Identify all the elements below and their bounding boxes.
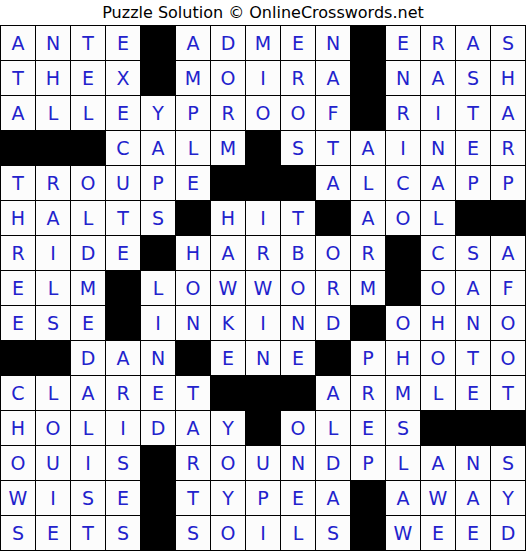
- black-cell-r1c5: [141, 26, 175, 60]
- letter-cell-r11c12: M: [386, 376, 420, 410]
- black-cell-r6c14: [456, 201, 490, 235]
- black-cell-r11c7: [211, 376, 245, 410]
- black-cell-r6c6: [176, 201, 210, 235]
- letter-cell-r3c13: I: [421, 96, 455, 130]
- letter-cell-r12c9: O: [281, 411, 315, 445]
- letter-cell-r3c2: L: [36, 96, 70, 130]
- letter-cell-r14c3: S: [71, 481, 105, 515]
- letter-cell-r7c7: A: [211, 236, 245, 270]
- letter-cell-r1c10: N: [316, 26, 350, 60]
- black-cell-r4c8: [246, 131, 280, 165]
- letter-cell-r1c1: A: [1, 26, 35, 60]
- letter-cell-r12c12: S: [386, 411, 420, 445]
- letter-cell-r12c10: L: [316, 411, 350, 445]
- letter-cell-r8c10: R: [316, 271, 350, 305]
- letter-cell-r9c13: H: [421, 306, 455, 340]
- letter-cell-r13c2: U: [36, 446, 70, 480]
- letter-cell-r1c15: S: [491, 26, 525, 60]
- letter-cell-r2c15: H: [491, 61, 525, 95]
- letter-cell-r14c4: E: [106, 481, 140, 515]
- letter-cell-r9c2: S: [36, 306, 70, 340]
- black-cell-r10c2: [36, 341, 70, 375]
- letter-cell-r1c4: E: [106, 26, 140, 60]
- letter-cell-r4c14: E: [456, 131, 490, 165]
- letter-cell-r5c14: P: [456, 166, 490, 200]
- letter-cell-r5c12: C: [386, 166, 420, 200]
- letter-cell-r15c8: I: [246, 516, 280, 550]
- letter-cell-r5c5: P: [141, 166, 175, 200]
- letter-cell-r8c6: O: [176, 271, 210, 305]
- black-cell-r12c13: [421, 411, 455, 445]
- letter-cell-r10c14: T: [456, 341, 490, 375]
- letter-cell-r15c3: T: [71, 516, 105, 550]
- letter-cell-r5c6: E: [176, 166, 210, 200]
- letter-cell-r15c10: S: [316, 516, 350, 550]
- letter-cell-r2c8: I: [246, 61, 280, 95]
- letter-cell-r8c13: O: [421, 271, 455, 305]
- letter-cell-r5c15: P: [491, 166, 525, 200]
- letter-cell-r13c15: S: [491, 446, 525, 480]
- letter-cell-r8c9: O: [281, 271, 315, 305]
- letter-cell-r15c4: S: [106, 516, 140, 550]
- letter-cell-r10c11: P: [351, 341, 385, 375]
- letter-cell-r3c4: E: [106, 96, 140, 130]
- letter-cell-r8c8: W: [246, 271, 280, 305]
- letter-cell-r2c9: R: [281, 61, 315, 95]
- black-cell-r10c10: [316, 341, 350, 375]
- letter-cell-r9c5: I: [141, 306, 175, 340]
- letter-cell-r3c1: A: [1, 96, 35, 130]
- letter-cell-r2c13: A: [421, 61, 455, 95]
- letter-cell-r3c10: F: [316, 96, 350, 130]
- letter-cell-r11c3: A: [71, 376, 105, 410]
- letter-cell-r12c1: H: [1, 411, 35, 445]
- letter-cell-r2c2: H: [36, 61, 70, 95]
- letter-cell-r6c2: A: [36, 201, 70, 235]
- letter-cell-r4c9: S: [281, 131, 315, 165]
- letter-cell-r11c10: A: [316, 376, 350, 410]
- letter-cell-r13c11: P: [351, 446, 385, 480]
- letter-cell-r8c11: M: [351, 271, 385, 305]
- letter-cell-r13c10: D: [316, 446, 350, 480]
- letter-cell-r10c7: E: [211, 341, 245, 375]
- letter-cell-r14c8: P: [246, 481, 280, 515]
- letter-cell-r5c13: A: [421, 166, 455, 200]
- letter-cell-r4c12: I: [386, 131, 420, 165]
- letter-cell-r8c1: E: [1, 271, 35, 305]
- letter-cell-r14c12: A: [386, 481, 420, 515]
- letter-cell-r15c1: S: [1, 516, 35, 550]
- letter-cell-r14c15: Y: [491, 481, 525, 515]
- black-cell-r2c11: [351, 61, 385, 95]
- letter-cell-r14c14: A: [456, 481, 490, 515]
- black-cell-r12c14: [456, 411, 490, 445]
- letter-cell-r9c9: N: [281, 306, 315, 340]
- letter-cell-r5c1: T: [1, 166, 35, 200]
- letter-cell-r9c14: N: [456, 306, 490, 340]
- letter-cell-r3c15: A: [491, 96, 525, 130]
- letter-cell-r7c13: C: [421, 236, 455, 270]
- black-cell-r5c9: [281, 166, 315, 200]
- letter-cell-r4c11: A: [351, 131, 385, 165]
- black-cell-r5c8: [246, 166, 280, 200]
- letter-cell-r7c1: R: [1, 236, 35, 270]
- black-cell-r3c11: [351, 96, 385, 130]
- letter-cell-r10c3: D: [71, 341, 105, 375]
- letter-cell-r15c12: W: [386, 516, 420, 550]
- black-cell-r11c9: [281, 376, 315, 410]
- letter-cell-r6c11: A: [351, 201, 385, 235]
- letter-cell-r10c9: E: [281, 341, 315, 375]
- black-cell-r7c12: [386, 236, 420, 270]
- black-cell-r14c11: [351, 481, 385, 515]
- black-cell-r12c8: [246, 411, 280, 445]
- letter-cell-r7c6: H: [176, 236, 210, 270]
- black-cell-r15c5: [141, 516, 175, 550]
- crossword-grid: ANTEADMENERASTHEXMOIRANASHALLEYPROOFRITA…: [0, 25, 526, 551]
- letter-cell-r11c14: E: [456, 376, 490, 410]
- letter-cell-r3c7: R: [211, 96, 245, 130]
- letter-cell-r10c4: A: [106, 341, 140, 375]
- letter-cell-r12c5: D: [141, 411, 175, 445]
- letter-cell-r2c10: A: [316, 61, 350, 95]
- letter-cell-r9c12: O: [386, 306, 420, 340]
- letter-cell-r4c10: T: [316, 131, 350, 165]
- letter-cell-r13c12: L: [386, 446, 420, 480]
- letter-cell-r4c7: M: [211, 131, 245, 165]
- black-cell-r10c1: [1, 341, 35, 375]
- letter-cell-r7c3: D: [71, 236, 105, 270]
- letter-cell-r12c4: I: [106, 411, 140, 445]
- letter-cell-r14c1: W: [1, 481, 35, 515]
- letter-cell-r13c8: U: [246, 446, 280, 480]
- black-cell-r9c4: [106, 306, 140, 340]
- letter-cell-r10c15: O: [491, 341, 525, 375]
- black-cell-r6c10: [316, 201, 350, 235]
- letter-cell-r9c7: K: [211, 306, 245, 340]
- letter-cell-r1c13: R: [421, 26, 455, 60]
- letter-cell-r1c3: T: [71, 26, 105, 60]
- letter-cell-r6c3: L: [71, 201, 105, 235]
- letter-cell-r5c4: U: [106, 166, 140, 200]
- letter-cell-r15c7: O: [211, 516, 245, 550]
- letter-cell-r4c5: A: [141, 131, 175, 165]
- letter-cell-r6c7: H: [211, 201, 245, 235]
- black-cell-r1c11: [351, 26, 385, 60]
- letter-cell-r5c3: O: [71, 166, 105, 200]
- letter-cell-r3c5: Y: [141, 96, 175, 130]
- letter-cell-r8c5: L: [141, 271, 175, 305]
- letter-cell-r12c6: A: [176, 411, 210, 445]
- letter-cell-r6c12: O: [386, 201, 420, 235]
- letter-cell-r9c15: O: [491, 306, 525, 340]
- black-cell-r15c11: [351, 516, 385, 550]
- letter-cell-r12c2: O: [36, 411, 70, 445]
- letter-cell-r3c3: L: [71, 96, 105, 130]
- black-cell-r9c11: [351, 306, 385, 340]
- letter-cell-r15c2: E: [36, 516, 70, 550]
- letter-cell-r9c3: E: [71, 306, 105, 340]
- letter-cell-r2c12: N: [386, 61, 420, 95]
- letter-cell-r13c9: N: [281, 446, 315, 480]
- letter-cell-r13c7: O: [211, 446, 245, 480]
- letter-cell-r1c7: D: [211, 26, 245, 60]
- letter-cell-r11c4: R: [106, 376, 140, 410]
- letter-cell-r15c6: S: [176, 516, 210, 550]
- letter-cell-r13c1: O: [1, 446, 35, 480]
- letter-cell-r1c2: N: [36, 26, 70, 60]
- letter-cell-r14c9: E: [281, 481, 315, 515]
- letter-cell-r7c14: S: [456, 236, 490, 270]
- letter-cell-r10c13: O: [421, 341, 455, 375]
- letter-cell-r12c3: L: [71, 411, 105, 445]
- letter-cell-r2c14: S: [456, 61, 490, 95]
- letter-cell-r14c6: T: [176, 481, 210, 515]
- letter-cell-r7c15: A: [491, 236, 525, 270]
- letter-cell-r2c7: O: [211, 61, 245, 95]
- letter-cell-r4c15: R: [491, 131, 525, 165]
- letter-cell-r10c8: N: [246, 341, 280, 375]
- letter-cell-r1c8: M: [246, 26, 280, 60]
- letter-cell-r15c9: L: [281, 516, 315, 550]
- black-cell-r8c4: [106, 271, 140, 305]
- black-cell-r2c5: [141, 61, 175, 95]
- letter-cell-r8c14: A: [456, 271, 490, 305]
- letter-cell-r9c10: D: [316, 306, 350, 340]
- letter-cell-r3c9: O: [281, 96, 315, 130]
- letter-cell-r6c9: T: [281, 201, 315, 235]
- letter-cell-r3c12: R: [386, 96, 420, 130]
- letter-cell-r12c7: Y: [211, 411, 245, 445]
- letter-cell-r7c8: R: [246, 236, 280, 270]
- letter-cell-r8c15: F: [491, 271, 525, 305]
- letter-cell-r11c1: C: [1, 376, 35, 410]
- letter-cell-r7c2: I: [36, 236, 70, 270]
- letter-cell-r6c4: T: [106, 201, 140, 235]
- black-cell-r5c7: [211, 166, 245, 200]
- black-cell-r6c15: [491, 201, 525, 235]
- letter-cell-r8c2: L: [36, 271, 70, 305]
- letter-cell-r6c13: L: [421, 201, 455, 235]
- letter-cell-r7c11: R: [351, 236, 385, 270]
- letter-cell-r2c4: X: [106, 61, 140, 95]
- letter-cell-r15c15: D: [491, 516, 525, 550]
- black-cell-r8c12: [386, 271, 420, 305]
- letter-cell-r6c8: I: [246, 201, 280, 235]
- letter-cell-r11c13: L: [421, 376, 455, 410]
- letter-cell-r3c8: O: [246, 96, 280, 130]
- letter-cell-r14c10: A: [316, 481, 350, 515]
- letter-cell-r3c14: T: [456, 96, 490, 130]
- letter-cell-r5c10: A: [316, 166, 350, 200]
- letter-cell-r12c11: E: [351, 411, 385, 445]
- letter-cell-r2c1: T: [1, 61, 35, 95]
- letter-cell-r7c9: B: [281, 236, 315, 270]
- letter-cell-r14c2: I: [36, 481, 70, 515]
- letter-cell-r6c5: S: [141, 201, 175, 235]
- letter-cell-r4c6: L: [176, 131, 210, 165]
- black-cell-r4c1: [1, 131, 35, 165]
- letter-cell-r10c12: H: [386, 341, 420, 375]
- letter-cell-r4c13: N: [421, 131, 455, 165]
- black-cell-r12c15: [491, 411, 525, 445]
- letter-cell-r1c14: A: [456, 26, 490, 60]
- black-cell-r11c8: [246, 376, 280, 410]
- letter-cell-r13c4: S: [106, 446, 140, 480]
- letter-cell-r5c2: R: [36, 166, 70, 200]
- black-cell-r14c5: [141, 481, 175, 515]
- letter-cell-r9c1: E: [1, 306, 35, 340]
- letter-cell-r11c5: E: [141, 376, 175, 410]
- letter-cell-r14c7: Y: [211, 481, 245, 515]
- letter-cell-r1c6: A: [176, 26, 210, 60]
- letter-cell-r2c3: E: [71, 61, 105, 95]
- letter-cell-r7c4: E: [106, 236, 140, 270]
- black-cell-r13c5: [141, 446, 175, 480]
- black-cell-r7c5: [141, 236, 175, 270]
- letter-cell-r8c3: M: [71, 271, 105, 305]
- letter-cell-r11c15: T: [491, 376, 525, 410]
- letter-cell-r13c3: I: [71, 446, 105, 480]
- letter-cell-r11c6: T: [176, 376, 210, 410]
- black-cell-r4c3: [71, 131, 105, 165]
- black-cell-r10c6: [176, 341, 210, 375]
- letter-cell-r6c1: H: [1, 201, 35, 235]
- letter-cell-r9c6: N: [176, 306, 210, 340]
- letter-cell-r2c6: M: [176, 61, 210, 95]
- letter-cell-r15c14: E: [456, 516, 490, 550]
- black-cell-r4c2: [36, 131, 70, 165]
- page-title: Puzzle Solution © OnlineCrosswords.net: [0, 0, 526, 25]
- letter-cell-r13c13: A: [421, 446, 455, 480]
- letter-cell-r4c4: C: [106, 131, 140, 165]
- letter-cell-r13c14: N: [456, 446, 490, 480]
- letter-cell-r15c13: E: [421, 516, 455, 550]
- letter-cell-r9c8: I: [246, 306, 280, 340]
- letter-cell-r14c13: W: [421, 481, 455, 515]
- letter-cell-r1c9: E: [281, 26, 315, 60]
- letter-cell-r5c11: L: [351, 166, 385, 200]
- letter-cell-r1c12: E: [386, 26, 420, 60]
- letter-cell-r7c10: O: [316, 236, 350, 270]
- letter-cell-r8c7: W: [211, 271, 245, 305]
- letter-cell-r13c6: R: [176, 446, 210, 480]
- letter-cell-r11c11: R: [351, 376, 385, 410]
- letter-cell-r11c2: L: [36, 376, 70, 410]
- letter-cell-r10c5: N: [141, 341, 175, 375]
- letter-cell-r3c6: P: [176, 96, 210, 130]
